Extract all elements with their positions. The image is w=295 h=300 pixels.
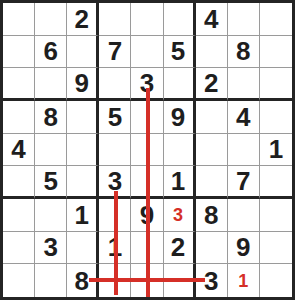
cell-r3c8[interactable] [228, 68, 260, 101]
cell-r7c1[interactable] [3, 199, 35, 232]
cell-r5c8[interactable] [228, 134, 260, 167]
cell-r4c2[interactable]: 8 [35, 101, 67, 134]
cell-r3c4[interactable] [99, 68, 131, 101]
cell-r7c4[interactable] [99, 199, 131, 232]
cell-r1c8[interactable] [228, 3, 260, 36]
cell-r8c2[interactable]: 3 [35, 232, 67, 265]
cell-r2c1[interactable] [3, 36, 35, 69]
cell-r1c9[interactable] [260, 3, 292, 36]
cell-r1c4[interactable] [99, 3, 131, 36]
cell-r6c2[interactable]: 5 [35, 166, 67, 199]
cell-r2c8[interactable]: 8 [228, 36, 260, 69]
cell-r1c2[interactable] [35, 3, 67, 36]
sudoku-grid: 246758932859441531719383129831 [3, 3, 292, 297]
cell-r3c3[interactable]: 9 [67, 68, 99, 101]
cell-r6c6[interactable]: 1 [164, 166, 196, 199]
cell-r1c6[interactable] [164, 3, 196, 36]
cell-r8c3[interactable] [67, 232, 99, 265]
cell-r2c2[interactable]: 6 [35, 36, 67, 69]
cell-r6c8[interactable]: 7 [228, 166, 260, 199]
sudoku-board: 246758932859441531719383129831 [0, 0, 295, 300]
cell-r6c3[interactable] [67, 166, 99, 199]
cell-r8c5[interactable] [131, 232, 163, 265]
cell-r9c4[interactable] [99, 264, 131, 297]
cell-r4c5[interactable] [131, 101, 163, 134]
cell-r8c9[interactable] [260, 232, 292, 265]
cell-r9c2[interactable] [35, 264, 67, 297]
cell-r4c7[interactable] [196, 101, 228, 134]
cell-r8c1[interactable] [3, 232, 35, 265]
cell-r9c9[interactable] [260, 264, 292, 297]
cell-r8c8[interactable]: 9 [228, 232, 260, 265]
cell-r5c5[interactable] [131, 134, 163, 167]
cell-r4c1[interactable] [3, 101, 35, 134]
cell-r8c6[interactable]: 2 [164, 232, 196, 265]
cell-r4c8[interactable]: 4 [228, 101, 260, 134]
cell-r5c7[interactable] [196, 134, 228, 167]
cell-r9c6[interactable] [164, 264, 196, 297]
cell-r8c4[interactable]: 1 [99, 232, 131, 265]
cell-r3c1[interactable] [3, 68, 35, 101]
cell-r1c7[interactable]: 4 [196, 3, 228, 36]
cell-r7c5[interactable]: 9 [131, 199, 163, 232]
cell-r2c9[interactable] [260, 36, 292, 69]
cell-r4c6[interactable]: 9 [164, 101, 196, 134]
cell-r1c1[interactable] [3, 3, 35, 36]
cell-r6c7[interactable] [196, 166, 228, 199]
cell-r2c4[interactable]: 7 [99, 36, 131, 69]
cell-r7c8[interactable] [228, 199, 260, 232]
cell-r2c3[interactable] [67, 36, 99, 69]
cell-r6c5[interactable] [131, 166, 163, 199]
cell-r3c7[interactable]: 2 [196, 68, 228, 101]
cell-r7c2[interactable] [35, 199, 67, 232]
cell-r5c9[interactable]: 1 [260, 134, 292, 167]
cell-r8c7[interactable] [196, 232, 228, 265]
cell-r1c3[interactable]: 2 [67, 3, 99, 36]
cell-r1c5[interactable] [131, 3, 163, 36]
cell-r2c7[interactable] [196, 36, 228, 69]
cell-r3c9[interactable] [260, 68, 292, 101]
cell-r6c4[interactable]: 3 [99, 166, 131, 199]
cell-r5c6[interactable] [164, 134, 196, 167]
cell-r9c3[interactable]: 8 [67, 264, 99, 297]
cell-r7c3[interactable]: 1 [67, 199, 99, 232]
cell-r6c1[interactable] [3, 166, 35, 199]
cell-r4c3[interactable] [67, 101, 99, 134]
cell-r9c5[interactable] [131, 264, 163, 297]
cell-r7c9[interactable] [260, 199, 292, 232]
cell-r5c1[interactable]: 4 [3, 134, 35, 167]
cell-r5c2[interactable] [35, 134, 67, 167]
cell-r3c2[interactable] [35, 68, 67, 101]
cell-r7c6[interactable]: 3 [164, 199, 196, 232]
cell-r9c7[interactable]: 3 [196, 264, 228, 297]
cell-r9c8[interactable]: 1 [228, 264, 260, 297]
cell-r3c6[interactable] [164, 68, 196, 101]
cell-r6c9[interactable] [260, 166, 292, 199]
cell-r2c5[interactable] [131, 36, 163, 69]
cell-r5c4[interactable] [99, 134, 131, 167]
cell-r9c1[interactable] [3, 264, 35, 297]
cell-r5c3[interactable] [67, 134, 99, 167]
cell-r4c9[interactable] [260, 101, 292, 134]
cell-r2c6[interactable]: 5 [164, 36, 196, 69]
cell-r7c7[interactable]: 8 [196, 199, 228, 232]
cell-r3c5[interactable]: 3 [131, 68, 163, 101]
cell-r4c4[interactable]: 5 [99, 101, 131, 134]
